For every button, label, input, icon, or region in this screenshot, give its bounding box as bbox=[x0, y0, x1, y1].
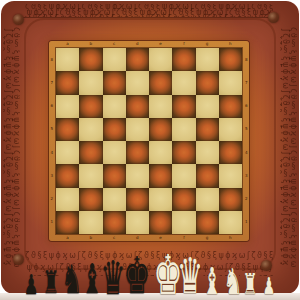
tray-piece-black-rook[interactable]: ♜ bbox=[43, 267, 60, 299]
piece-tray: ♟♜♞♝♛♚♚♛♝♞♜♟ bbox=[0, 0, 300, 300]
tray-piece-black-king[interactable]: ♚ bbox=[123, 251, 150, 300]
tray-piece-white-pawn[interactable]: ♟ bbox=[263, 274, 276, 297]
tray-piece-white-queen[interactable]: ♛ bbox=[177, 252, 204, 300]
tray-piece-black-pawn[interactable]: ♟ bbox=[24, 271, 39, 298]
tray-piece-black-knight[interactable]: ♞ bbox=[61, 260, 82, 300]
chessboard-photo: ζϑ§ξψϕϗωʃζϑ§ξψϕϗωʃζϑ§ξψϕϗωʃζϑ§ξψϕϗωʃζϑ§ξ… bbox=[0, 0, 300, 300]
tray-piece-white-bishop[interactable]: ♝ bbox=[202, 263, 222, 300]
tray-piece-black-queen[interactable]: ♛ bbox=[100, 255, 125, 300]
tray-piece-white-knight[interactable]: ♞ bbox=[223, 264, 242, 300]
tray-piece-white-rook[interactable]: ♜ bbox=[242, 270, 257, 299]
